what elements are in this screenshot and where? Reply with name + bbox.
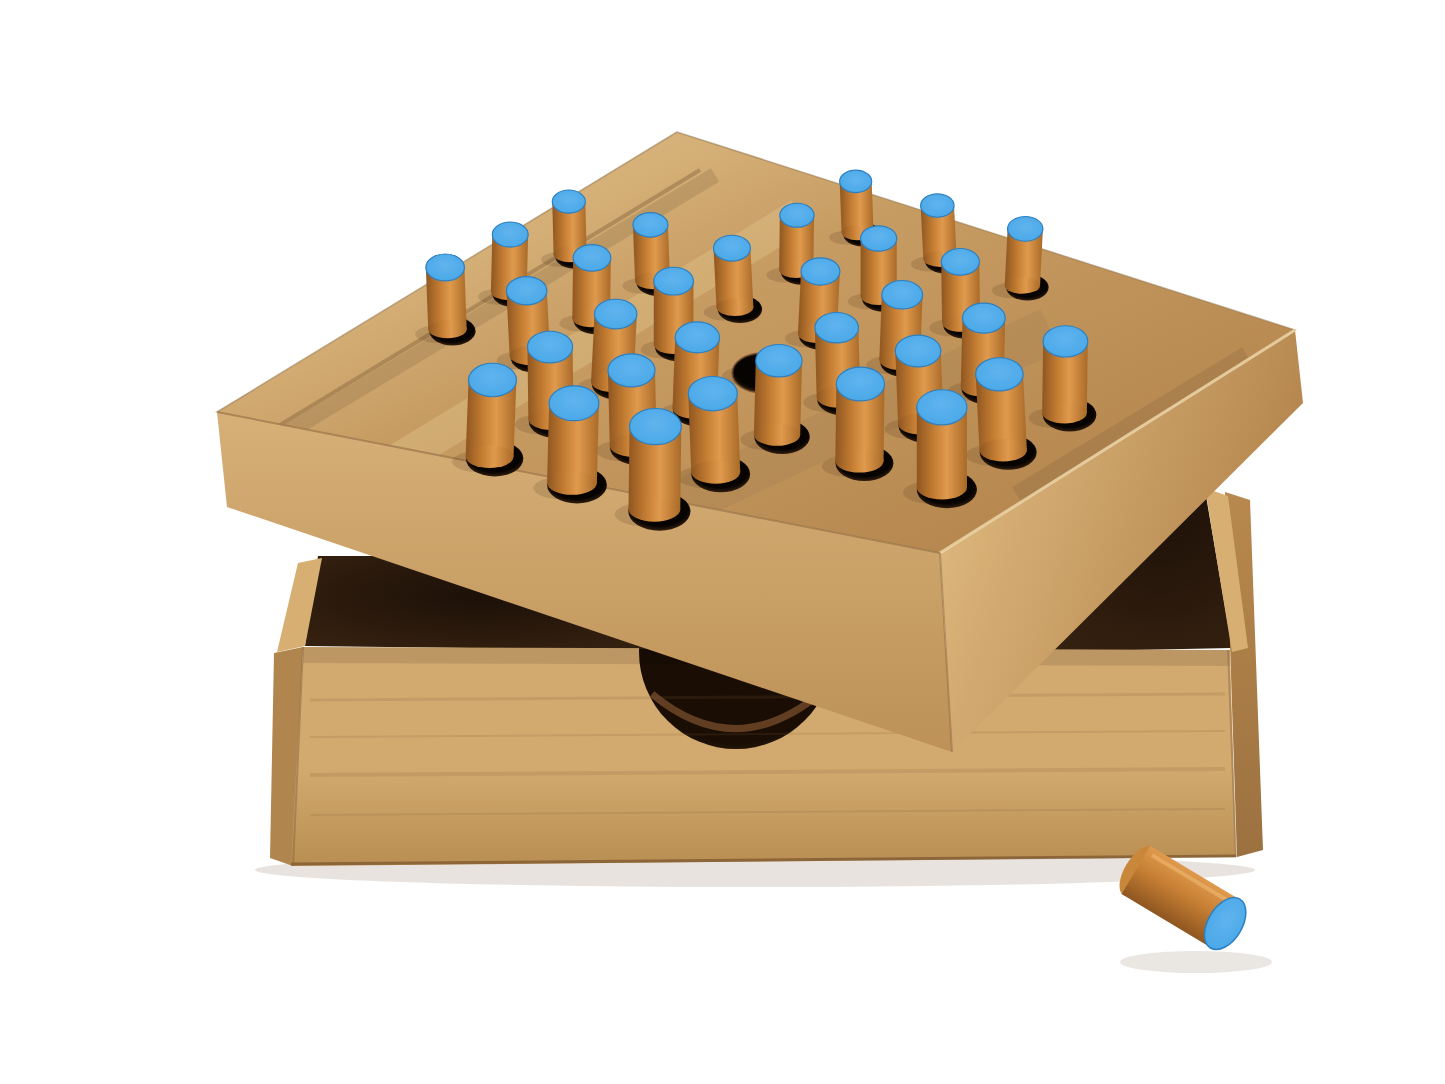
peg-blue-top bbox=[882, 280, 923, 309]
peg-blue-top bbox=[469, 363, 517, 397]
peg-base bbox=[1042, 402, 1087, 423]
peg-blue-top bbox=[917, 390, 967, 425]
peg-blue-top bbox=[633, 213, 668, 237]
peg-base bbox=[547, 471, 597, 495]
peg-blue-top bbox=[815, 312, 859, 342]
peg-base bbox=[835, 450, 883, 473]
peg-base bbox=[629, 497, 681, 522]
loose-peg-ground-shadow bbox=[1120, 951, 1272, 973]
peg-blue-top bbox=[1008, 217, 1043, 242]
peg-base bbox=[428, 320, 467, 338]
peg-base bbox=[1005, 277, 1040, 294]
peg-blue-top bbox=[780, 203, 814, 227]
peg-blue-top bbox=[714, 235, 751, 261]
peg-base bbox=[691, 460, 740, 483]
peg-blue-top bbox=[941, 249, 979, 276]
peg-blue-top bbox=[675, 322, 719, 353]
peg-blue-top bbox=[861, 226, 897, 251]
peg-blue-top bbox=[654, 267, 694, 295]
peg-blue-top bbox=[608, 354, 655, 387]
peg-blue-top bbox=[840, 170, 872, 192]
peg-blue-top bbox=[549, 386, 599, 421]
peg-blue-top bbox=[506, 277, 546, 305]
peg-blue-top bbox=[895, 335, 940, 367]
peg-base bbox=[754, 424, 800, 446]
peg-base bbox=[917, 476, 967, 500]
peg-base bbox=[716, 298, 753, 316]
peg-blue-top bbox=[688, 376, 737, 410]
photo-canvas bbox=[0, 0, 1445, 1084]
peg-blue-top bbox=[594, 299, 636, 329]
peg-base bbox=[979, 439, 1026, 462]
peg-blue-top bbox=[836, 367, 884, 401]
peg-blue-top bbox=[573, 245, 611, 271]
peg-solitaire-scene bbox=[0, 0, 1445, 1084]
peg-blue-top bbox=[1043, 326, 1088, 357]
peg-blue-top bbox=[756, 344, 802, 376]
peg-blue-top bbox=[630, 408, 682, 444]
peg-blue-top bbox=[962, 303, 1005, 333]
peg-blue-top bbox=[552, 190, 585, 213]
peg-blue-top bbox=[492, 222, 528, 247]
peg-base bbox=[466, 445, 514, 468]
peg-blue-top bbox=[801, 258, 840, 285]
peg-blue-top bbox=[921, 194, 954, 217]
peg-blue-top bbox=[527, 331, 572, 363]
peg-blue-top bbox=[976, 358, 1023, 391]
peg-blue-top bbox=[426, 254, 465, 281]
